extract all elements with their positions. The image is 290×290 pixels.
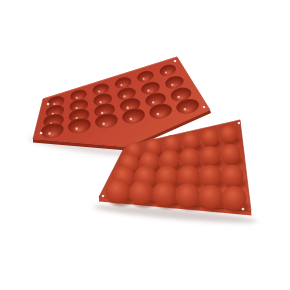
corner-hole — [173, 59, 176, 62]
mold-dome — [182, 132, 200, 150]
mold-dome — [199, 165, 221, 187]
corner-hole — [46, 102, 49, 105]
corner-hole — [237, 121, 240, 124]
mold-dome — [200, 146, 220, 166]
mold-dome — [152, 182, 176, 206]
mold-dome — [222, 186, 246, 210]
mold-dome — [221, 144, 241, 164]
mold-dome — [221, 165, 243, 187]
mold-dome — [199, 185, 223, 209]
product-photo-canvas — [0, 0, 290, 290]
mold-dome — [180, 148, 200, 168]
mold-dome — [201, 128, 219, 146]
corner-hole — [202, 105, 205, 108]
mold-dome — [220, 125, 238, 143]
mold-dome — [106, 179, 130, 203]
corner-hole — [39, 131, 42, 134]
silicone-mold-product-photo — [0, 0, 290, 290]
mold-dome — [129, 180, 153, 204]
mold-dome — [175, 183, 199, 207]
corner-hole — [241, 207, 244, 210]
corner-hole — [101, 194, 104, 197]
